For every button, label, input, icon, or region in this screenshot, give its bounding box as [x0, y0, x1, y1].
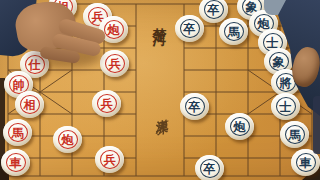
piece-ring: 車	[282, 0, 302, 15]
piece-black-horse[interactable]: 馬	[219, 18, 248, 45]
piece-character: 車	[286, 0, 298, 11]
piece-black-cannon[interactable]: 炮	[225, 113, 254, 140]
piece-ring: 相	[53, 0, 73, 16]
piece-ring: 車	[296, 153, 316, 172]
piece-character: 馬	[12, 126, 24, 138]
piece-red-elephant[interactable]: 相	[15, 91, 44, 118]
piece-character: 馬	[289, 128, 301, 140]
piece-ring: 將	[276, 73, 296, 92]
piece-black-soldier[interactable]: 卒	[180, 93, 209, 120]
piece-red-cannon[interactable]: 炮	[99, 16, 128, 43]
piece-ring: 馬	[224, 22, 244, 41]
piece-character: 炮	[234, 120, 246, 132]
piece-black-king[interactable]: 將	[271, 69, 300, 96]
piece-ring: 卒	[180, 19, 200, 38]
piece-character: 卒	[189, 100, 201, 112]
piece-ring: 士	[276, 97, 296, 116]
river-label-chu-he: 楚河	[151, 17, 169, 25]
piece-character: 象	[273, 55, 285, 67]
piece-character: 象	[246, 0, 258, 12]
piece-ring: 炮	[104, 20, 124, 39]
piece-ring: 卒	[200, 159, 220, 178]
piece-ring: 馬	[285, 125, 305, 144]
piece-character: 卒	[204, 162, 216, 174]
piece-character: 仕	[29, 58, 41, 70]
piece-black-horse[interactable]: 馬	[280, 121, 309, 148]
piece-character: 士	[267, 36, 279, 48]
piece-character: 馬	[228, 25, 240, 37]
piece-character: 車	[10, 156, 22, 168]
piece-ring: 車	[6, 153, 26, 172]
piece-character: 炮	[258, 17, 270, 29]
xiangqi-board: 楚河 漢界 相兵炮兵仕帥相馬車炮兵兵卒象車卒馬炮士象將士卒炮馬車卒	[0, 0, 320, 180]
piece-character: 卒	[184, 22, 196, 34]
piece-black-chariot[interactable]: 車	[291, 149, 320, 176]
piece-ring: 卒	[185, 97, 205, 116]
piece-character: 相	[24, 98, 36, 110]
piece-character: 車	[300, 156, 312, 168]
piece-character: 兵	[101, 97, 113, 109]
piece-character: 將	[280, 76, 292, 88]
piece-character: 相	[57, 0, 69, 12]
piece-character: 士	[280, 100, 292, 112]
piece-ring: 相	[20, 95, 40, 114]
piece-character: 帥	[13, 78, 25, 90]
piece-red-chariot[interactable]: 車	[1, 149, 30, 176]
piece-ring: 卒	[204, 0, 224, 19]
piece-ring: 炮	[58, 130, 78, 149]
piece-red-soldier[interactable]: 兵	[92, 90, 121, 117]
piece-red-cannon[interactable]: 炮	[53, 126, 82, 153]
piece-ring: 兵	[105, 54, 125, 73]
piece-black-soldier[interactable]: 卒	[195, 155, 224, 180]
piece-character: 卒	[208, 3, 220, 15]
piece-red-soldier[interactable]: 兵	[100, 50, 129, 77]
piece-ring: 馬	[8, 123, 28, 142]
piece-character: 炮	[62, 133, 74, 145]
piece-ring: 兵	[100, 150, 120, 169]
piece-ring: 兵	[97, 94, 117, 113]
piece-ring: 仕	[25, 55, 45, 74]
piece-character: 兵	[104, 153, 116, 165]
piece-black-advisor[interactable]: 士	[271, 93, 300, 120]
piece-character: 炮	[108, 23, 120, 35]
piece-character: 兵	[109, 57, 121, 69]
piece-red-horse[interactable]: 馬	[3, 119, 32, 146]
piece-red-soldier[interactable]: 兵	[95, 146, 124, 173]
piece-ring: 炮	[230, 117, 250, 136]
piece-black-soldier[interactable]: 卒	[175, 15, 204, 42]
